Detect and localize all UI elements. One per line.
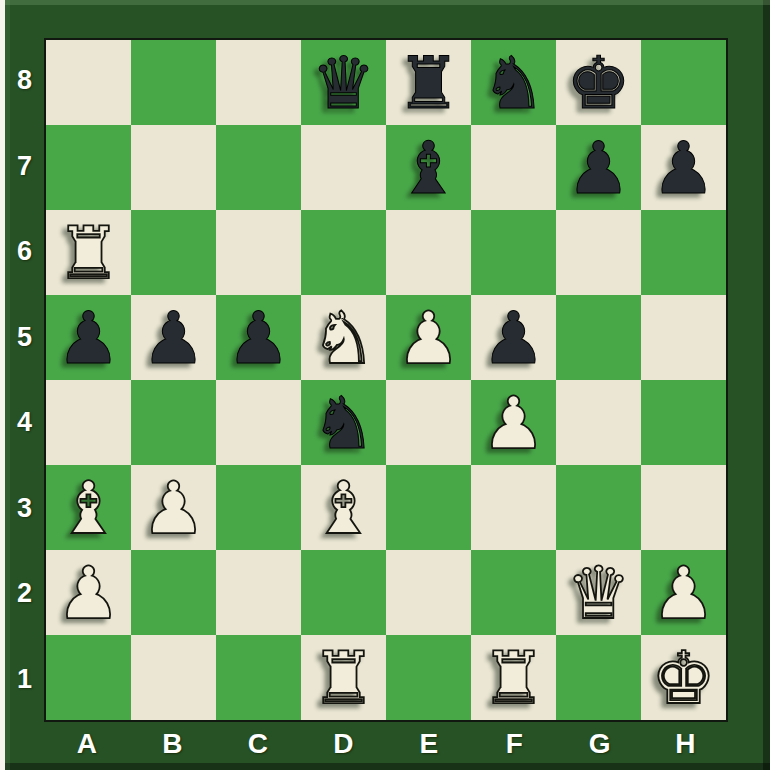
rank-label-7: 7 xyxy=(5,124,44,210)
rank-label-5: 5 xyxy=(5,295,44,381)
square-a3[interactable]: ♝ xyxy=(46,465,131,550)
square-f8[interactable]: ♞ xyxy=(471,40,556,125)
piece-white-bishop[interactable]: ♝ xyxy=(56,472,121,544)
square-h4[interactable] xyxy=(641,380,726,465)
square-g8[interactable]: ♚ xyxy=(556,40,641,125)
square-a8[interactable] xyxy=(46,40,131,125)
piece-black-queen[interactable]: ♛ xyxy=(311,47,376,119)
square-e6[interactable] xyxy=(386,210,471,295)
square-c8[interactable] xyxy=(216,40,301,125)
square-e3[interactable] xyxy=(386,465,471,550)
file-label-b: B xyxy=(130,722,216,766)
square-a4[interactable] xyxy=(46,380,131,465)
piece-black-rook[interactable]: ♜ xyxy=(396,47,461,119)
piece-white-rook[interactable]: ♜ xyxy=(56,217,121,289)
rank-labels: 87654321 xyxy=(5,38,44,722)
square-h6[interactable] xyxy=(641,210,726,295)
piece-black-bishop[interactable]: ♝ xyxy=(396,132,461,204)
square-f2[interactable] xyxy=(471,550,556,635)
square-a6[interactable]: ♜ xyxy=(46,210,131,295)
file-label-h: H xyxy=(643,722,729,766)
file-label-d: D xyxy=(301,722,387,766)
square-f6[interactable] xyxy=(471,210,556,295)
rank-label-4: 4 xyxy=(5,380,44,466)
piece-white-knight[interactable]: ♞ xyxy=(311,302,376,374)
page-edge xyxy=(0,0,5,770)
square-d1[interactable]: ♜ xyxy=(301,635,386,720)
chess-board-diagram: 87654321 ABCDEFGH ♛♜♞♚♝♟♟♜♟♟♟♞♟♟♞♟♝♟♝♟♛♟… xyxy=(0,0,770,770)
square-c7[interactable] xyxy=(216,125,301,210)
rank-label-6: 6 xyxy=(5,209,44,295)
square-f7[interactable] xyxy=(471,125,556,210)
square-f3[interactable] xyxy=(471,465,556,550)
square-g2[interactable]: ♛ xyxy=(556,550,641,635)
square-b6[interactable] xyxy=(131,210,216,295)
square-e4[interactable] xyxy=(386,380,471,465)
square-c4[interactable] xyxy=(216,380,301,465)
piece-white-pawn[interactable]: ♟ xyxy=(141,472,206,544)
square-b1[interactable] xyxy=(131,635,216,720)
square-f4[interactable]: ♟ xyxy=(471,380,556,465)
square-a5[interactable]: ♟ xyxy=(46,295,131,380)
square-h2[interactable]: ♟ xyxy=(641,550,726,635)
rank-label-8: 8 xyxy=(5,38,44,124)
rank-label-3: 3 xyxy=(5,466,44,552)
piece-black-pawn[interactable]: ♟ xyxy=(651,132,716,204)
square-h3[interactable] xyxy=(641,465,726,550)
square-b3[interactable]: ♟ xyxy=(131,465,216,550)
square-a1[interactable] xyxy=(46,635,131,720)
piece-black-knight[interactable]: ♞ xyxy=(311,387,376,459)
chess-board: ♛♜♞♚♝♟♟♜♟♟♟♞♟♟♞♟♝♟♝♟♛♟♜♜♚ xyxy=(44,38,728,722)
piece-black-pawn[interactable]: ♟ xyxy=(566,132,631,204)
rank-label-2: 2 xyxy=(5,551,44,637)
square-c2[interactable] xyxy=(216,550,301,635)
square-c1[interactable] xyxy=(216,635,301,720)
rank-label-1: 1 xyxy=(5,637,44,723)
square-h7[interactable]: ♟ xyxy=(641,125,726,210)
square-g4[interactable] xyxy=(556,380,641,465)
piece-black-pawn[interactable]: ♟ xyxy=(56,302,121,374)
file-labels: ABCDEFGH xyxy=(44,722,728,766)
square-g7[interactable]: ♟ xyxy=(556,125,641,210)
piece-white-rook[interactable]: ♜ xyxy=(311,642,376,714)
piece-white-pawn[interactable]: ♟ xyxy=(481,387,546,459)
square-f5[interactable]: ♟ xyxy=(471,295,556,380)
piece-white-pawn[interactable]: ♟ xyxy=(56,557,121,629)
piece-black-pawn[interactable]: ♟ xyxy=(141,302,206,374)
square-e7[interactable]: ♝ xyxy=(386,125,471,210)
square-g6[interactable] xyxy=(556,210,641,295)
board-frame: 87654321 ABCDEFGH ♛♜♞♚♝♟♟♜♟♟♟♞♟♟♞♟♝♟♝♟♛♟… xyxy=(5,0,770,770)
square-g3[interactable] xyxy=(556,465,641,550)
square-c5[interactable]: ♟ xyxy=(216,295,301,380)
piece-white-bishop[interactable]: ♝ xyxy=(311,472,376,544)
square-g1[interactable] xyxy=(556,635,641,720)
piece-white-queen[interactable]: ♛ xyxy=(566,557,631,629)
square-h8[interactable] xyxy=(641,40,726,125)
square-b7[interactable] xyxy=(131,125,216,210)
square-d5[interactable]: ♞ xyxy=(301,295,386,380)
square-h1[interactable]: ♚ xyxy=(641,635,726,720)
square-c3[interactable] xyxy=(216,465,301,550)
square-e5[interactable]: ♟ xyxy=(386,295,471,380)
square-g5[interactable] xyxy=(556,295,641,380)
square-d8[interactable]: ♛ xyxy=(301,40,386,125)
piece-white-pawn[interactable]: ♟ xyxy=(396,302,461,374)
square-b5[interactable]: ♟ xyxy=(131,295,216,380)
square-a2[interactable]: ♟ xyxy=(46,550,131,635)
piece-white-pawn[interactable]: ♟ xyxy=(651,557,716,629)
square-b8[interactable] xyxy=(131,40,216,125)
piece-black-pawn[interactable]: ♟ xyxy=(481,302,546,374)
piece-white-king[interactable]: ♚ xyxy=(651,642,716,714)
file-label-c: C xyxy=(215,722,301,766)
square-b2[interactable] xyxy=(131,550,216,635)
file-label-a: A xyxy=(44,722,130,766)
piece-black-pawn[interactable]: ♟ xyxy=(226,302,291,374)
square-f1[interactable]: ♜ xyxy=(471,635,556,720)
square-h5[interactable] xyxy=(641,295,726,380)
square-e1[interactable] xyxy=(386,635,471,720)
square-d7[interactable] xyxy=(301,125,386,210)
piece-black-knight[interactable]: ♞ xyxy=(481,47,546,119)
square-e8[interactable]: ♜ xyxy=(386,40,471,125)
square-d4[interactable]: ♞ xyxy=(301,380,386,465)
piece-black-king[interactable]: ♚ xyxy=(566,47,631,119)
square-a7[interactable] xyxy=(46,125,131,210)
square-c6[interactable] xyxy=(216,210,301,295)
piece-white-rook[interactable]: ♜ xyxy=(481,642,546,714)
square-d6[interactable] xyxy=(301,210,386,295)
square-b4[interactable] xyxy=(131,380,216,465)
square-e2[interactable] xyxy=(386,550,471,635)
file-label-e: E xyxy=(386,722,472,766)
file-label-f: F xyxy=(472,722,558,766)
square-d3[interactable]: ♝ xyxy=(301,465,386,550)
square-d2[interactable] xyxy=(301,550,386,635)
file-label-g: G xyxy=(557,722,643,766)
